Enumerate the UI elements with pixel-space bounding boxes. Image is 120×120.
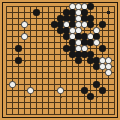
black-stone: ● <box>99 45 105 51</box>
black-stone: ● <box>99 87 105 93</box>
go-game-screenshot: ●●●●●●●●●●●●●●●●●●●●●●●●●●●●●●●●●●●●●●●●… <box>0 0 120 120</box>
white-stone: ● <box>9 81 15 87</box>
black-stone: ● <box>33 9 39 15</box>
white-stone: ● <box>21 21 27 27</box>
black-stone: ● <box>75 57 81 63</box>
star-point <box>24 60 26 62</box>
black-stone: ● <box>99 21 105 27</box>
black-stone: ● <box>93 81 99 87</box>
black-stone: ● <box>87 3 93 9</box>
white-stone: ● <box>105 69 111 75</box>
star-point <box>24 96 26 98</box>
star-point <box>60 60 62 62</box>
go-board[interactable]: ●●●●●●●●●●●●●●●●●●●●●●●●●●●●●●●●●●●●●●●●… <box>0 0 120 120</box>
black-stone: ● <box>81 87 87 93</box>
white-stone: ● <box>93 39 99 45</box>
black-stone: ● <box>15 45 21 51</box>
square-marker <box>107 11 110 14</box>
white-stone: ● <box>21 33 27 39</box>
white-stone: ● <box>57 87 63 93</box>
star-point <box>96 96 98 98</box>
star-point <box>60 96 62 98</box>
black-stone: ● <box>15 57 21 63</box>
white-stone: ● <box>27 87 33 93</box>
black-stone: ● <box>87 21 93 27</box>
star-point <box>96 24 98 26</box>
black-stone: ● <box>87 93 93 99</box>
